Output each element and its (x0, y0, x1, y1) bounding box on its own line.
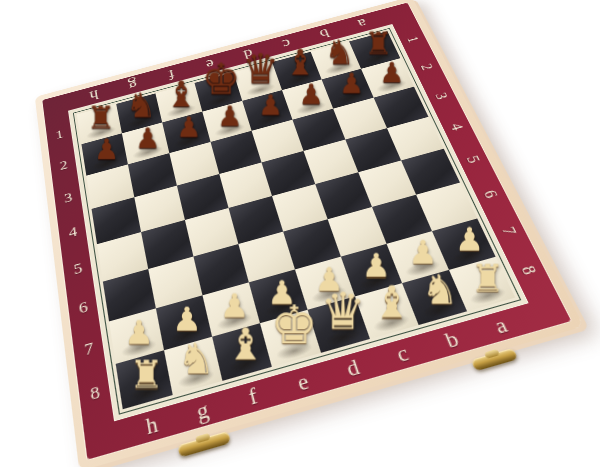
coord-label-rank-right-3: 3 (416, 81, 466, 111)
chess-board: 12345678 12345678 hgfedcba hgfedcba ♜♞♝♚… (35, 0, 584, 467)
photo-canvas: 12345678 12345678 hgfedcba hgfedcba ♜♞♝♚… (0, 0, 600, 467)
coord-label-rank-right-4: 4 (431, 111, 483, 142)
